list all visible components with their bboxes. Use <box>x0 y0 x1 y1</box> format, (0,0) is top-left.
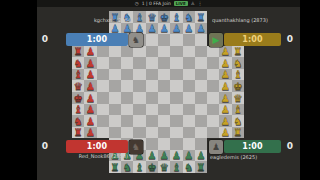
piece-yP: ♟ <box>221 104 230 115</box>
board-square[interactable]: ♟ <box>219 92 231 104</box>
board-square[interactable]: ♟ <box>84 46 96 58</box>
clock-blue: 1:00 <box>66 33 128 46</box>
board-square[interactable] <box>97 92 109 104</box>
board-square[interactable] <box>207 127 219 139</box>
board-square[interactable]: ♟ <box>183 23 195 35</box>
top-bar: ◷ 1 | 0 FFA Join LIVE ♙ ⋮ <box>37 0 300 7</box>
board-square[interactable]: ♞ <box>72 57 84 69</box>
board-square[interactable] <box>158 46 170 58</box>
board-square[interactable]: ♝ <box>72 104 84 116</box>
board-square[interactable]: ♚ <box>72 92 84 104</box>
board-square[interactable] <box>97 115 109 127</box>
board-square[interactable] <box>183 115 195 127</box>
piece-gR: ♜ <box>110 162 119 173</box>
board-square[interactable] <box>121 104 133 116</box>
board-square[interactable]: ♟ <box>170 23 182 35</box>
piece-rP: ♟ <box>86 46 95 57</box>
piece-bK: ♚ <box>159 12 168 23</box>
top-bar-title: 1 | 0 FFA Join <box>142 0 171 7</box>
board-void <box>97 161 109 173</box>
board-square[interactable] <box>121 127 133 139</box>
board-square[interactable]: ♚ <box>232 80 244 92</box>
score-green: 0 <box>283 140 297 153</box>
board-square[interactable] <box>109 92 121 104</box>
board-square[interactable]: ♟ <box>219 127 231 139</box>
board-square[interactable]: ♜ <box>195 161 207 173</box>
board-square[interactable]: ♟ <box>219 69 231 81</box>
piece-yB: ♝ <box>233 104 242 115</box>
board-square[interactable] <box>170 80 182 92</box>
board-square[interactable] <box>146 115 158 127</box>
board-square[interactable] <box>109 127 121 139</box>
board-square[interactable] <box>109 80 121 92</box>
piece-bN: ♞ <box>184 12 193 23</box>
board-square[interactable] <box>158 138 170 150</box>
board-square[interactable] <box>133 115 145 127</box>
board-square[interactable] <box>158 127 170 139</box>
board-square[interactable] <box>195 92 207 104</box>
board-square[interactable]: ♚ <box>146 161 158 173</box>
piece-bP: ♟ <box>184 23 193 34</box>
board-square[interactable] <box>183 69 195 81</box>
board-square[interactable] <box>170 104 182 116</box>
board-square[interactable]: ♝ <box>72 69 84 81</box>
board-square[interactable] <box>170 92 182 104</box>
board-square[interactable]: ♟ <box>219 115 231 127</box>
board-square[interactable] <box>109 46 121 58</box>
score-blue: 0 <box>38 33 52 46</box>
board-square[interactable]: ♟ <box>219 46 231 58</box>
piece-rP: ♟ <box>86 116 95 127</box>
clock-yellow: 1:00 <box>224 33 281 46</box>
piece-rP: ♟ <box>86 104 95 115</box>
board-square[interactable] <box>158 104 170 116</box>
piece-yK: ♚ <box>233 81 242 92</box>
clock-red: 1:00 <box>66 140 128 153</box>
board-square[interactable] <box>133 57 145 69</box>
piece-rP: ♟ <box>86 93 95 104</box>
board-square[interactable] <box>195 104 207 116</box>
piece-gB: ♝ <box>135 162 144 173</box>
board-square[interactable] <box>170 115 182 127</box>
piece-rP: ♟ <box>86 81 95 92</box>
board-square[interactable]: ♛ <box>146 11 158 23</box>
board-square[interactable] <box>207 104 219 116</box>
board-square[interactable]: ♞ <box>232 115 244 127</box>
piece-rB: ♝ <box>73 69 82 80</box>
board-square[interactable] <box>207 69 219 81</box>
piece-bP: ♟ <box>172 23 181 34</box>
piece-yP: ♟ <box>221 58 230 69</box>
board-void <box>219 161 231 173</box>
piece-rP: ♟ <box>86 58 95 69</box>
board-square[interactable]: ♟ <box>146 150 158 162</box>
piece-rN: ♞ <box>73 116 82 127</box>
board-square[interactable]: ♟ <box>195 23 207 35</box>
board-square[interactable] <box>195 115 207 127</box>
piece-yN: ♞ <box>233 116 242 127</box>
board-square[interactable] <box>146 34 158 46</box>
board-square[interactable] <box>195 57 207 69</box>
board-square[interactable] <box>207 57 219 69</box>
player-name-yellow[interactable]: quanthakhlang (2873) <box>212 17 304 23</box>
board-square[interactable]: ♞ <box>72 115 84 127</box>
board-square[interactable]: ♟ <box>84 80 96 92</box>
board-square[interactable]: ♜ <box>232 127 244 139</box>
board-square[interactable] <box>183 34 195 46</box>
board-square[interactable] <box>183 57 195 69</box>
player-name-red[interactable]: Red_Nook86 (2853) <box>36 153 128 159</box>
board-square[interactable] <box>97 80 109 92</box>
board-square[interactable] <box>133 69 145 81</box>
menu-icon[interactable]: ⋮ <box>198 0 203 7</box>
board-square[interactable] <box>146 138 158 150</box>
piece-gP: ♟ <box>196 150 205 161</box>
board-square[interactable] <box>158 80 170 92</box>
board-square[interactable] <box>146 92 158 104</box>
board-square[interactable]: ♜ <box>232 46 244 58</box>
board-square[interactable] <box>121 57 133 69</box>
board-square[interactable]: ♟ <box>158 150 170 162</box>
board-square[interactable] <box>170 69 182 81</box>
board-square[interactable]: ♜ <box>72 127 84 139</box>
board-square[interactable]: ♞ <box>183 161 195 173</box>
piece-yP: ♟ <box>221 93 230 104</box>
board-square[interactable]: ♟ <box>158 23 170 35</box>
clock-green: 1:00 <box>224 140 281 153</box>
board-square[interactable] <box>170 57 182 69</box>
piece-gN: ♞ <box>123 162 132 173</box>
board-square[interactable]: ♟ <box>195 150 207 162</box>
board-square[interactable] <box>183 92 195 104</box>
player-name-blue[interactable]: kgchxnc (2054) <box>41 17 133 23</box>
board-square[interactable] <box>183 104 195 116</box>
piece-yQ: ♛ <box>233 93 242 104</box>
board-square[interactable] <box>97 69 109 81</box>
board-square[interactable]: ♟ <box>219 80 231 92</box>
piece-yP: ♟ <box>221 69 230 80</box>
piece-yB: ♝ <box>233 69 242 80</box>
board-square[interactable]: ♝ <box>133 161 145 173</box>
piece-gQ: ♛ <box>159 162 168 173</box>
board-square[interactable] <box>170 46 182 58</box>
board-square[interactable] <box>195 69 207 81</box>
piece-bR: ♜ <box>196 12 205 23</box>
live-badge[interactable]: LIVE <box>174 1 188 6</box>
piece-gP: ♟ <box>147 150 156 161</box>
board-square[interactable] <box>133 127 145 139</box>
avatar-blue[interactable]: ♞ <box>129 33 143 47</box>
clock-icon: ◷ <box>135 0 139 7</box>
board-square[interactable] <box>97 127 109 139</box>
board-square[interactable] <box>146 57 158 69</box>
board-square[interactable]: ♝ <box>170 161 182 173</box>
piece-gR: ♜ <box>196 162 205 173</box>
board-square[interactable] <box>195 80 207 92</box>
board-square[interactable] <box>146 46 158 58</box>
piece-yP: ♟ <box>221 46 230 57</box>
piece-yR: ♜ <box>233 127 242 138</box>
piece-gN: ♞ <box>184 162 193 173</box>
board-square[interactable] <box>121 46 133 58</box>
piece-yN: ♞ <box>233 58 242 69</box>
board-void <box>84 161 96 173</box>
piece-yR: ♜ <box>233 46 242 57</box>
piece-bP: ♟ <box>159 23 168 34</box>
piece-bQ: ♛ <box>147 12 156 23</box>
piece-gP: ♟ <box>184 150 193 161</box>
avatar-green[interactable]: ♟ <box>209 140 223 154</box>
board-square[interactable] <box>207 115 219 127</box>
board-square[interactable] <box>158 69 170 81</box>
board-square[interactable]: ♞ <box>121 161 133 173</box>
avatar-yellow[interactable]: ▶ <box>209 33 223 47</box>
board-square[interactable] <box>121 69 133 81</box>
board-square[interactable] <box>146 127 158 139</box>
board-square[interactable]: ♛ <box>158 161 170 173</box>
board-square[interactable]: ♛ <box>72 80 84 92</box>
board-void <box>232 161 244 173</box>
piece-bP: ♟ <box>147 23 156 34</box>
board-square[interactable] <box>158 92 170 104</box>
score-yellow: 0 <box>283 33 297 46</box>
piece-rR: ♜ <box>73 127 82 138</box>
board-square[interactable] <box>195 34 207 46</box>
board-square[interactable]: ♟ <box>146 23 158 35</box>
board-square[interactable] <box>97 46 109 58</box>
board-square[interactable] <box>109 69 121 81</box>
board-square[interactable] <box>97 57 109 69</box>
board-square[interactable] <box>207 46 219 58</box>
board-square[interactable] <box>133 46 145 58</box>
board-square[interactable]: ♞ <box>232 57 244 69</box>
pawn-icon[interactable]: ♙ <box>191 0 195 7</box>
board-square[interactable]: ♟ <box>84 104 96 116</box>
piece-yP: ♟ <box>221 81 230 92</box>
board-square[interactable] <box>207 92 219 104</box>
board-square[interactable] <box>195 138 207 150</box>
board-square[interactable]: ♜ <box>109 161 121 173</box>
board-square[interactable]: ♝ <box>133 11 145 23</box>
board-square[interactable] <box>146 80 158 92</box>
board-square[interactable]: ♞ <box>183 11 195 23</box>
board-square[interactable] <box>183 138 195 150</box>
board-square[interactable] <box>146 104 158 116</box>
piece-bP: ♟ <box>196 23 205 34</box>
board-square[interactable]: ♜ <box>72 46 84 58</box>
board-square[interactable] <box>195 127 207 139</box>
board-square[interactable]: ♟ <box>84 92 96 104</box>
board-square[interactable]: ♜ <box>195 11 207 23</box>
piece-rR: ♜ <box>73 46 82 57</box>
board-square[interactable] <box>158 115 170 127</box>
piece-yP: ♟ <box>221 116 230 127</box>
board-square[interactable]: ♛ <box>232 92 244 104</box>
player-name-green[interactable]: eagledemis (2625) <box>210 154 302 160</box>
board-square[interactable] <box>121 115 133 127</box>
piece-gK: ♚ <box>147 162 156 173</box>
board-square[interactable] <box>183 127 195 139</box>
board-square[interactable]: ♟ <box>170 150 182 162</box>
piece-gP: ♟ <box>159 150 168 161</box>
board-square[interactable] <box>133 104 145 116</box>
board-square[interactable] <box>170 127 182 139</box>
score-red: 0 <box>38 140 52 153</box>
board-square[interactable]: ♚ <box>158 11 170 23</box>
piece-bB: ♝ <box>135 12 144 23</box>
piece-rP: ♟ <box>86 69 95 80</box>
piece-rK: ♚ <box>73 93 82 104</box>
board-square[interactable] <box>170 34 182 46</box>
board-square[interactable] <box>207 80 219 92</box>
board-square[interactable] <box>121 92 133 104</box>
board-square[interactable] <box>133 80 145 92</box>
board-square[interactable] <box>183 46 195 58</box>
board-square[interactable]: ♟ <box>183 150 195 162</box>
board-square[interactable] <box>97 104 109 116</box>
board-square[interactable] <box>133 92 145 104</box>
board-square[interactable] <box>146 69 158 81</box>
piece-rP: ♟ <box>86 127 95 138</box>
piece-yP: ♟ <box>221 127 230 138</box>
board-void <box>207 161 219 173</box>
piece-rQ: ♛ <box>73 81 82 92</box>
board-square[interactable]: ♝ <box>232 104 244 116</box>
board-square[interactable] <box>195 46 207 58</box>
board-square[interactable] <box>109 104 121 116</box>
board-square[interactable]: ♟ <box>84 69 96 81</box>
board-square[interactable] <box>183 80 195 92</box>
board-void <box>72 161 84 173</box>
board-square[interactable] <box>170 138 182 150</box>
board-square[interactable]: ♝ <box>232 69 244 81</box>
piece-gB: ♝ <box>172 162 181 173</box>
piece-rB: ♝ <box>73 104 82 115</box>
board-square[interactable] <box>109 57 121 69</box>
piece-rN: ♞ <box>73 58 82 69</box>
board-square[interactable]: ♟ <box>84 115 96 127</box>
board-square[interactable]: ♝ <box>170 11 182 23</box>
piece-gP: ♟ <box>172 150 181 161</box>
board-square[interactable]: ♟ <box>84 57 96 69</box>
avatar-red[interactable]: ♞ <box>129 140 143 154</box>
board-square[interactable] <box>121 80 133 92</box>
board-square[interactable]: ♟ <box>84 127 96 139</box>
board-square[interactable]: ♟ <box>219 57 231 69</box>
board-square[interactable]: ♟ <box>219 104 231 116</box>
piece-bB: ♝ <box>172 12 181 23</box>
board-square[interactable] <box>158 34 170 46</box>
board-square[interactable] <box>158 57 170 69</box>
board-square[interactable] <box>109 115 121 127</box>
